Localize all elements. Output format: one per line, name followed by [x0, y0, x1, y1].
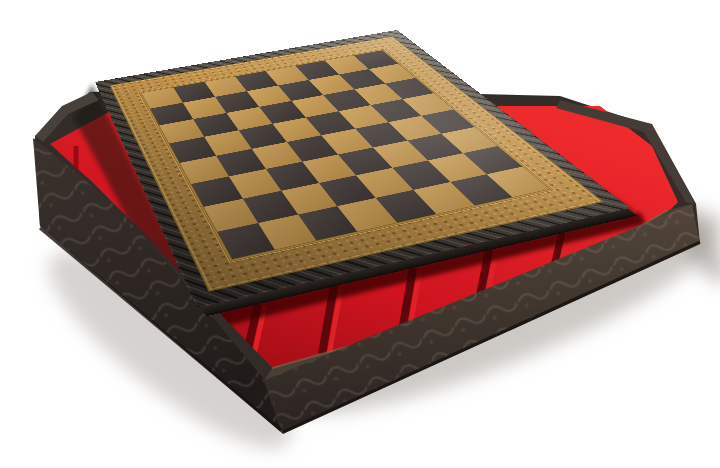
- chessboard-and-case-photo: [0, 0, 720, 468]
